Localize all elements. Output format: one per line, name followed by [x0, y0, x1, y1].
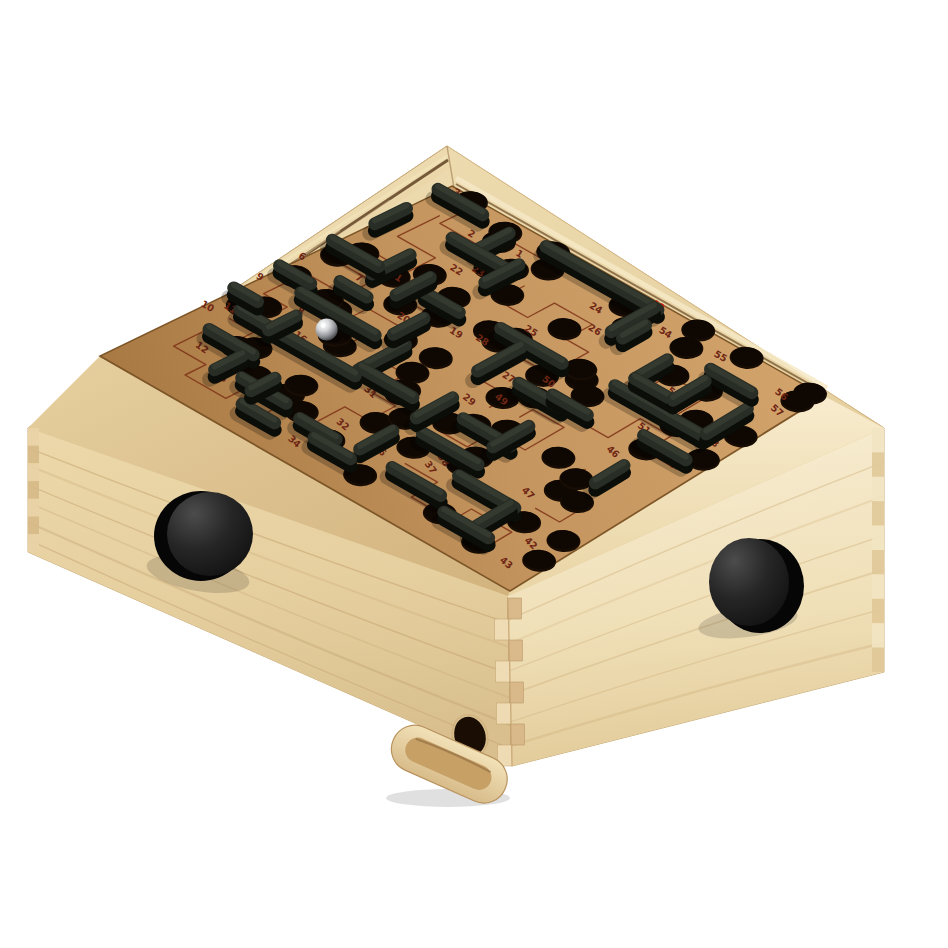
finger-joint-tab	[872, 623, 884, 647]
finger-joint-tab	[872, 477, 884, 501]
finger-joint-tab	[497, 703, 512, 724]
finger-joint-tab	[872, 428, 884, 452]
finger-joint-tab	[496, 661, 511, 682]
finger-joint-tab	[28, 534, 39, 552]
finger-joint-tab	[872, 648, 884, 672]
finger-joint-tab	[28, 517, 39, 535]
finger-joint-tab	[28, 446, 39, 464]
finger-joint-tab	[872, 574, 884, 598]
finger-joint-tab	[872, 599, 884, 623]
finger-joint-tab	[28, 463, 39, 481]
steel-ball[interactable]	[316, 319, 338, 341]
finger-joint-tab	[28, 499, 39, 517]
front-tilt-knob[interactable]	[709, 538, 789, 626]
finger-joint-tab	[511, 724, 525, 745]
finger-joint-tab	[28, 481, 39, 499]
finger-joint-tab	[872, 550, 884, 574]
finger-joint-tab	[495, 619, 510, 640]
ball-highlight	[321, 323, 326, 328]
finger-joint-tab	[872, 452, 884, 476]
product-photo-labyrinth-game: 4012367891011121314151617181920212223242…	[0, 0, 948, 948]
finger-joint-tab	[509, 640, 523, 661]
labyrinth-scene: 4012367891011121314151617181920212223242…	[0, 0, 948, 948]
finger-joint-tab	[872, 526, 884, 550]
finger-joint-tab	[872, 501, 884, 525]
left-tilt-knob[interactable]	[167, 492, 253, 576]
finger-joint-tab	[510, 682, 524, 703]
finger-joint-tab	[508, 598, 522, 619]
finger-joint-tab	[28, 428, 39, 446]
